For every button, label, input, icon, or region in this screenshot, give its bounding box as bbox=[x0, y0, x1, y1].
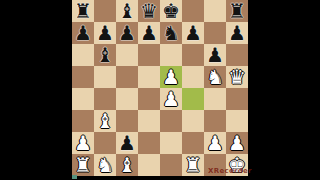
square-c2[interactable]: ♟ bbox=[116, 132, 138, 154]
square-h3[interactable] bbox=[226, 110, 248, 132]
square-f6[interactable] bbox=[182, 44, 204, 66]
white-rook[interactable]: ♜ bbox=[72, 154, 94, 176]
square-h8[interactable]: ♜ bbox=[226, 0, 248, 22]
white-pawn[interactable]: ♟ bbox=[72, 132, 94, 154]
square-d1[interactable] bbox=[138, 154, 160, 176]
square-a1[interactable]: ♜ bbox=[72, 154, 94, 176]
square-g2[interactable]: ♟ bbox=[204, 132, 226, 154]
white-queen[interactable]: ♛ bbox=[226, 66, 248, 88]
white-rook[interactable]: ♜ bbox=[182, 154, 204, 176]
square-g4[interactable] bbox=[204, 88, 226, 110]
white-pawn[interactable]: ♟ bbox=[226, 132, 248, 154]
white-pawn[interactable]: ♟ bbox=[160, 66, 182, 88]
square-f3[interactable] bbox=[182, 110, 204, 132]
white-knight[interactable]: ♞ bbox=[94, 154, 116, 176]
square-f5[interactable] bbox=[182, 66, 204, 88]
black-pawn[interactable]: ♟ bbox=[94, 22, 116, 44]
square-a2[interactable]: ♟ bbox=[72, 132, 94, 154]
square-c8[interactable]: ♝ bbox=[116, 0, 138, 22]
square-g3[interactable] bbox=[204, 110, 226, 132]
square-h6[interactable] bbox=[226, 44, 248, 66]
black-bishop[interactable]: ♝ bbox=[116, 0, 138, 22]
square-g7[interactable] bbox=[204, 22, 226, 44]
square-e6[interactable] bbox=[160, 44, 182, 66]
square-a5[interactable] bbox=[72, 66, 94, 88]
square-g5[interactable]: ♞ bbox=[204, 66, 226, 88]
square-e3[interactable] bbox=[160, 110, 182, 132]
square-b4[interactable] bbox=[94, 88, 116, 110]
black-pawn[interactable]: ♟ bbox=[116, 22, 138, 44]
square-c5[interactable] bbox=[116, 66, 138, 88]
square-c7[interactable]: ♟ bbox=[116, 22, 138, 44]
black-bishop[interactable]: ♝ bbox=[94, 44, 116, 66]
square-h1[interactable]: ♚ bbox=[226, 154, 248, 176]
square-h2[interactable]: ♟ bbox=[226, 132, 248, 154]
black-rook[interactable]: ♜ bbox=[226, 0, 248, 22]
square-h7[interactable]: ♟ bbox=[226, 22, 248, 44]
square-f4[interactable] bbox=[182, 88, 204, 110]
square-e2[interactable] bbox=[160, 132, 182, 154]
square-f7[interactable]: ♟ bbox=[182, 22, 204, 44]
square-e7[interactable]: ♞ bbox=[160, 22, 182, 44]
black-rook[interactable]: ♜ bbox=[72, 0, 94, 22]
square-c6[interactable] bbox=[116, 44, 138, 66]
square-d6[interactable] bbox=[138, 44, 160, 66]
black-pawn[interactable]: ♟ bbox=[138, 22, 160, 44]
square-b7[interactable]: ♟ bbox=[94, 22, 116, 44]
square-b5[interactable] bbox=[94, 66, 116, 88]
square-e8[interactable]: ♚ bbox=[160, 0, 182, 22]
square-e1[interactable] bbox=[160, 154, 182, 176]
white-knight[interactable]: ♞ bbox=[204, 66, 226, 88]
square-b8[interactable] bbox=[94, 0, 116, 22]
black-knight[interactable]: ♞ bbox=[160, 22, 182, 44]
video-artifact bbox=[72, 175, 77, 179]
square-f2[interactable] bbox=[182, 132, 204, 154]
square-g8[interactable] bbox=[204, 0, 226, 22]
white-king[interactable]: ♚ bbox=[226, 154, 248, 176]
square-g1[interactable] bbox=[204, 154, 226, 176]
black-pawn[interactable]: ♟ bbox=[204, 44, 226, 66]
square-d5[interactable] bbox=[138, 66, 160, 88]
square-d3[interactable] bbox=[138, 110, 160, 132]
square-e5[interactable]: ♟ bbox=[160, 66, 182, 88]
square-h4[interactable] bbox=[226, 88, 248, 110]
white-pawn[interactable]: ♟ bbox=[160, 88, 182, 110]
chess-board[interactable]: ♜♝♛♚♜♟♟♟♟♞♟♟♝♟♟♞♛♟♝♟♟♟♟♜♞♝♜♚ bbox=[72, 0, 248, 176]
square-a8[interactable]: ♜ bbox=[72, 0, 94, 22]
square-d4[interactable] bbox=[138, 88, 160, 110]
square-c1[interactable]: ♝ bbox=[116, 154, 138, 176]
black-queen[interactable]: ♛ bbox=[138, 0, 160, 22]
square-b3[interactable]: ♝ bbox=[94, 110, 116, 132]
square-a7[interactable]: ♟ bbox=[72, 22, 94, 44]
square-c4[interactable] bbox=[116, 88, 138, 110]
square-c3[interactable] bbox=[116, 110, 138, 132]
square-b1[interactable]: ♞ bbox=[94, 154, 116, 176]
square-d2[interactable] bbox=[138, 132, 160, 154]
square-b2[interactable] bbox=[94, 132, 116, 154]
black-pawn[interactable]: ♟ bbox=[72, 22, 94, 44]
square-a3[interactable] bbox=[72, 110, 94, 132]
square-f8[interactable] bbox=[182, 0, 204, 22]
letterbox-right bbox=[248, 0, 320, 180]
square-d7[interactable]: ♟ bbox=[138, 22, 160, 44]
square-e4[interactable]: ♟ bbox=[160, 88, 182, 110]
white-bishop[interactable]: ♝ bbox=[94, 110, 116, 132]
square-a6[interactable] bbox=[72, 44, 94, 66]
square-g6[interactable]: ♟ bbox=[204, 44, 226, 66]
square-d8[interactable]: ♛ bbox=[138, 0, 160, 22]
letterbox-left bbox=[0, 0, 72, 180]
square-a4[interactable] bbox=[72, 88, 94, 110]
video-frame: ♜♝♛♚♜♟♟♟♟♞♟♟♝♟♟♞♛♟♝♟♟♟♟♜♞♝♜♚ XRecorder bbox=[0, 0, 320, 180]
white-bishop[interactable]: ♝ bbox=[116, 154, 138, 176]
black-pawn[interactable]: ♟ bbox=[182, 22, 204, 44]
black-pawn[interactable]: ♟ bbox=[226, 22, 248, 44]
square-f1[interactable]: ♜ bbox=[182, 154, 204, 176]
white-pawn[interactable]: ♟ bbox=[204, 132, 226, 154]
black-king[interactable]: ♚ bbox=[160, 0, 182, 22]
square-h5[interactable]: ♛ bbox=[226, 66, 248, 88]
black-pawn[interactable]: ♟ bbox=[116, 132, 138, 154]
square-b6[interactable]: ♝ bbox=[94, 44, 116, 66]
